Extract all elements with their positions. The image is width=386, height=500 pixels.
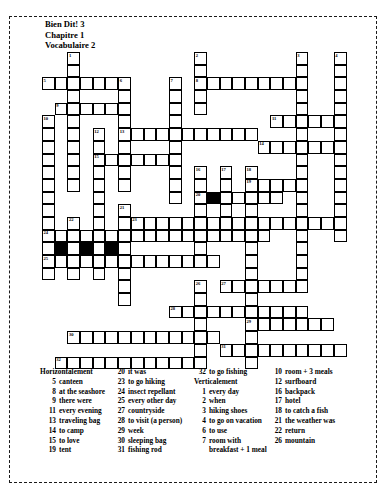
grid-cell[interactable] <box>105 103 118 116</box>
grid-cell[interactable] <box>296 179 309 192</box>
grid-cell[interactable] <box>296 115 309 128</box>
grid-cell[interactable] <box>334 90 347 103</box>
empty-cell <box>169 293 182 306</box>
grid-cell[interactable] <box>296 217 309 230</box>
grid-cell[interactable]: 13 <box>118 128 131 141</box>
grid-cell[interactable] <box>156 255 169 268</box>
grid-cell[interactable] <box>194 293 207 306</box>
clue-text: traveling bag <box>59 416 100 426</box>
grid-cell[interactable] <box>258 318 271 331</box>
grid-cell[interactable] <box>194 318 207 331</box>
grid-cell[interactable] <box>42 268 55 281</box>
grid-cell[interactable] <box>258 306 271 319</box>
clue-item: 11every evening <box>40 406 105 416</box>
grid-cell[interactable] <box>55 255 68 268</box>
grid-cell[interactable] <box>144 128 157 141</box>
clue-text: sleeping bag <box>128 436 166 446</box>
grid-cell[interactable] <box>220 306 233 319</box>
empty-cell <box>283 65 296 78</box>
grid-cell[interactable] <box>194 128 207 141</box>
grid-cell[interactable] <box>258 230 271 243</box>
grid-cell[interactable] <box>245 331 258 344</box>
grid-cell[interactable] <box>169 154 182 167</box>
empty-cell <box>258 255 271 268</box>
grid-cell[interactable] <box>334 230 347 243</box>
grid-cell[interactable] <box>270 192 283 205</box>
empty-cell <box>55 204 68 217</box>
grid-cell[interactable] <box>182 306 195 319</box>
grid-cell[interactable] <box>334 154 347 167</box>
grid-cell[interactable] <box>220 230 233 243</box>
grid-cell[interactable] <box>131 255 144 268</box>
grid-cell[interactable] <box>296 280 309 293</box>
grid-cell[interactable] <box>67 154 80 167</box>
grid-cell[interactable] <box>194 103 207 116</box>
grid-cell[interactable] <box>105 255 118 268</box>
grid-cell[interactable] <box>207 217 220 230</box>
grid-cell[interactable] <box>270 280 283 293</box>
grid-cell[interactable] <box>118 141 131 154</box>
grid-cell[interactable] <box>258 344 271 357</box>
grid-cell[interactable] <box>220 217 233 230</box>
grid-cell[interactable] <box>245 280 258 293</box>
grid-cell[interactable]: 19 <box>245 179 258 192</box>
grid-cell[interactable] <box>194 217 207 230</box>
grid-cell[interactable]: 10 <box>42 115 55 128</box>
grid-cell[interactable] <box>105 154 118 167</box>
grid-cell[interactable] <box>156 230 169 243</box>
grid-cell[interactable] <box>283 77 296 90</box>
empty-cell <box>220 331 233 344</box>
grid-cell[interactable] <box>131 154 144 167</box>
grid-cell[interactable] <box>334 192 347 205</box>
grid-cell[interactable]: 28 <box>169 306 182 319</box>
grid-cell[interactable] <box>245 255 258 268</box>
grid-cell[interactable] <box>321 115 334 128</box>
grid-cell[interactable]: 27 <box>220 280 233 293</box>
grid-cell[interactable]: 26 <box>194 280 207 293</box>
grid-cell[interactable] <box>334 166 347 179</box>
grid-cell[interactable] <box>308 318 321 331</box>
grid-cell[interactable]: 17 <box>220 166 233 179</box>
grid-cell[interactable] <box>296 242 309 255</box>
grid-cell[interactable] <box>258 192 271 205</box>
grid-cell[interactable] <box>118 331 131 344</box>
grid-cell[interactable] <box>334 128 347 141</box>
empty-cell <box>182 318 195 331</box>
grid-cell[interactable] <box>182 331 195 344</box>
grid-cell[interactable] <box>283 318 296 331</box>
grid-cell[interactable] <box>118 217 131 230</box>
grid-cell[interactable] <box>42 166 55 179</box>
grid-cell[interactable] <box>296 77 309 90</box>
grid-cell[interactable] <box>80 331 93 344</box>
grid-cell[interactable] <box>270 77 283 90</box>
grid-cell[interactable]: 2 <box>194 52 207 65</box>
grid-cell[interactable] <box>296 154 309 167</box>
grid-cell[interactable] <box>296 90 309 103</box>
cell-number: 7 <box>170 78 172 83</box>
grid-cell[interactable] <box>118 268 131 281</box>
grid-cell[interactable] <box>334 141 347 154</box>
grid-cell[interactable] <box>169 141 182 154</box>
grid-cell[interactable] <box>334 103 347 116</box>
grid-cell[interactable] <box>194 179 207 192</box>
grid-cell[interactable] <box>194 65 207 78</box>
grid-cell[interactable] <box>321 141 334 154</box>
grid-cell[interactable]: 1 <box>67 52 80 65</box>
grid-cell[interactable] <box>220 179 233 192</box>
grid-cell[interactable] <box>232 280 245 293</box>
grid-cell[interactable] <box>245 204 258 217</box>
grid-cell[interactable]: 20 <box>194 192 207 205</box>
cell-number: 28 <box>170 306 175 311</box>
empty-cell <box>232 204 245 217</box>
grid-cell[interactable] <box>93 141 106 154</box>
grid-cell[interactable] <box>296 166 309 179</box>
grid-cell[interactable] <box>67 77 80 90</box>
grid-cell[interactable] <box>93 217 106 230</box>
grid-cell[interactable] <box>182 357 195 370</box>
clue-item: 18to catch a fish <box>266 406 335 416</box>
grid-cell[interactable] <box>232 192 245 205</box>
grid-cell[interactable] <box>207 306 220 319</box>
grid-cell[interactable] <box>67 90 80 103</box>
grid-cell[interactable] <box>308 217 321 230</box>
grid-cell[interactable]: 29 <box>245 318 258 331</box>
grid-cell[interactable] <box>220 192 233 205</box>
grid-cell[interactable]: 4 <box>334 52 347 65</box>
clue-number: 19 <box>40 445 56 455</box>
empty-cell <box>220 255 233 268</box>
grid-cell[interactable] <box>245 306 258 319</box>
grid-cell[interactable]: 5 <box>42 77 55 90</box>
grid-cell[interactable] <box>67 230 80 243</box>
grid-cell[interactable] <box>207 128 220 141</box>
grid-cell[interactable] <box>156 331 169 344</box>
grid-cell[interactable] <box>296 65 309 78</box>
grid-cell[interactable] <box>80 255 93 268</box>
grid-cell[interactable] <box>67 166 80 179</box>
cell-number: 22 <box>69 217 74 222</box>
grid-cell[interactable] <box>283 280 296 293</box>
grid-cell[interactable] <box>334 179 347 192</box>
grid-cell[interactable] <box>194 242 207 255</box>
empty-cell <box>42 331 55 344</box>
grid-cell[interactable] <box>169 128 182 141</box>
grid-cell[interactable] <box>118 280 131 293</box>
empty-cell <box>182 141 195 154</box>
grid-cell[interactable] <box>245 217 258 230</box>
grid-cell[interactable] <box>156 154 169 167</box>
grid-cell[interactable] <box>42 179 55 192</box>
grid-cell[interactable] <box>144 230 157 243</box>
grid-cell[interactable] <box>245 242 258 255</box>
grid-cell[interactable] <box>118 166 131 179</box>
grid-cell[interactable]: 8 <box>194 77 207 90</box>
grid-cell[interactable] <box>232 77 245 90</box>
grid-cell[interactable] <box>194 255 207 268</box>
grid-cell[interactable]: 9 <box>55 103 68 116</box>
grid-cell[interactable] <box>144 331 157 344</box>
grid-cell[interactable] <box>182 255 195 268</box>
grid-cell[interactable] <box>169 115 182 128</box>
grid-cell[interactable] <box>245 230 258 243</box>
grid-cell[interactable] <box>245 77 258 90</box>
grid-cell[interactable] <box>245 344 258 357</box>
grid-cell[interactable] <box>258 280 271 293</box>
grid-cell[interactable] <box>270 141 283 154</box>
grid-cell[interactable] <box>334 204 347 217</box>
grid-cell[interactable] <box>258 217 271 230</box>
grid-cell[interactable]: 21 <box>118 204 131 217</box>
grid-cell[interactable] <box>321 318 334 331</box>
grid-cell[interactable] <box>245 293 258 306</box>
grid-cell[interactable] <box>207 255 220 268</box>
grid-cell[interactable] <box>42 217 55 230</box>
grid-cell[interactable] <box>194 306 207 319</box>
grid-cell[interactable] <box>283 179 296 192</box>
grid-cell[interactable] <box>194 90 207 103</box>
grid-cell[interactable] <box>55 230 68 243</box>
grid-cell[interactable] <box>156 217 169 230</box>
grid-cell[interactable] <box>321 217 334 230</box>
grid-cell[interactable] <box>245 268 258 281</box>
grid-cell[interactable] <box>169 255 182 268</box>
grid-cell[interactable] <box>144 217 157 230</box>
clue-text: to use <box>209 426 227 436</box>
grid-cell[interactable] <box>93 77 106 90</box>
grid-cell[interactable] <box>232 128 245 141</box>
grid-cell[interactable] <box>321 344 334 357</box>
grid-cell[interactable] <box>42 154 55 167</box>
cell-number: 5 <box>44 78 46 83</box>
grid-cell[interactable]: 16 <box>194 166 207 179</box>
grid-cell[interactable] <box>169 90 182 103</box>
grid-cell[interactable] <box>67 268 80 281</box>
grid-cell[interactable]: 24 <box>42 230 55 243</box>
clue-number: 12 <box>266 377 282 387</box>
grid-cell[interactable]: 31 <box>220 344 233 357</box>
grid-cell[interactable] <box>270 306 283 319</box>
grid-cell[interactable] <box>169 230 182 243</box>
grid-cell[interactable] <box>296 103 309 116</box>
grid-cell[interactable] <box>245 192 258 205</box>
grid-cell[interactable] <box>67 103 80 116</box>
grid-cell[interactable] <box>296 268 309 281</box>
grid-cell[interactable] <box>42 242 55 255</box>
grid-cell[interactable] <box>118 242 131 255</box>
empty-cell <box>118 65 131 78</box>
grid-cell[interactable] <box>169 179 182 192</box>
empty-cell <box>42 90 55 103</box>
grid-cell[interactable] <box>220 204 233 217</box>
grid-cell[interactable] <box>258 179 271 192</box>
grid-cell[interactable] <box>93 268 106 281</box>
empty-cell <box>347 306 360 319</box>
grid-cell[interactable] <box>169 166 182 179</box>
grid-cell[interactable] <box>232 306 245 319</box>
grid-cell[interactable] <box>131 128 144 141</box>
grid-cell[interactable] <box>270 179 283 192</box>
grid-cell[interactable] <box>131 230 144 243</box>
grid-cell[interactable] <box>334 77 347 90</box>
grid-cell[interactable] <box>93 331 106 344</box>
grid-cell[interactable] <box>93 230 106 243</box>
grid-cell[interactable] <box>232 230 245 243</box>
grid-cell[interactable] <box>118 115 131 128</box>
grid-cell[interactable] <box>220 128 233 141</box>
grid-cell[interactable] <box>207 77 220 90</box>
grid-cell[interactable] <box>334 217 347 230</box>
clue-number: 16 <box>266 387 282 397</box>
grid-cell[interactable] <box>182 128 195 141</box>
grid-cell[interactable] <box>296 318 309 331</box>
grid-cell[interactable] <box>194 230 207 243</box>
empty-cell <box>131 280 144 293</box>
grid-cell[interactable] <box>182 230 195 243</box>
grid-cell[interactable] <box>283 115 296 128</box>
grid-cell[interactable]: 6 <box>118 77 131 90</box>
grid-cell[interactable] <box>118 179 131 192</box>
grid-cell[interactable] <box>270 217 283 230</box>
grid-cell[interactable] <box>118 154 131 167</box>
grid-cell[interactable] <box>67 65 80 78</box>
grid-cell[interactable] <box>194 204 207 217</box>
empty-cell <box>131 242 144 255</box>
grid-cell[interactable] <box>283 217 296 230</box>
grid-cell[interactable] <box>42 128 55 141</box>
grid-cell[interactable] <box>258 77 271 90</box>
cell-number: 16 <box>196 167 201 172</box>
clue-number: 10 <box>266 367 282 377</box>
grid-cell[interactable] <box>169 192 182 205</box>
grid-cell[interactable] <box>144 255 157 268</box>
grid-cell[interactable] <box>67 141 80 154</box>
grid-cell[interactable] <box>308 115 321 128</box>
empty-cell <box>232 52 245 65</box>
grid-cell[interactable]: 18 <box>245 166 258 179</box>
grid-cell[interactable] <box>131 331 144 344</box>
grid-cell[interactable]: 3 <box>296 52 309 65</box>
empty-cell <box>80 179 93 192</box>
grid-cell[interactable] <box>93 192 106 205</box>
grid-cell[interactable] <box>42 204 55 217</box>
grid-cell[interactable] <box>334 115 347 128</box>
down-clues-column-1: 32to go fishing Verticalement 1every day… <box>194 367 274 455</box>
grid-cell[interactable] <box>296 230 309 243</box>
grid-cell[interactable] <box>80 77 93 90</box>
grid-cell[interactable] <box>296 344 309 357</box>
grid-cell[interactable] <box>118 230 131 243</box>
grid-cell[interactable] <box>296 204 309 217</box>
grid-cell[interactable] <box>93 166 106 179</box>
grid-cell[interactable]: 22 <box>67 217 80 230</box>
grid-cell[interactable] <box>296 141 309 154</box>
grid-cell[interactable] <box>334 344 347 357</box>
grid-cell[interactable] <box>105 230 118 243</box>
grid-cell[interactable] <box>93 242 106 255</box>
grid-cell[interactable] <box>169 217 182 230</box>
grid-cell[interactable] <box>42 141 55 154</box>
grid-cell[interactable]: 30 <box>67 331 80 344</box>
grid-cell[interactable] <box>42 192 55 205</box>
grid-cell[interactable] <box>67 255 80 268</box>
grid-cell[interactable] <box>270 318 283 331</box>
empty-cell <box>245 90 258 103</box>
grid-cell[interactable] <box>194 344 207 357</box>
clue-number: 25 <box>114 396 125 406</box>
grid-cell[interactable] <box>334 65 347 78</box>
empty-cell <box>55 344 68 357</box>
empty-cell <box>270 242 283 255</box>
grid-cell[interactable] <box>296 255 309 268</box>
grid-cell[interactable] <box>283 141 296 154</box>
grid-cell[interactable] <box>232 217 245 230</box>
grid-cell[interactable] <box>67 179 80 192</box>
grid-cell[interactable]: 7 <box>169 77 182 90</box>
grid-cell[interactable] <box>118 293 131 306</box>
grid-cell[interactable]: 23 <box>131 217 144 230</box>
grid-cell[interactable] <box>283 306 296 319</box>
grid-cell[interactable]: 15 <box>93 154 106 167</box>
grid-cell[interactable] <box>296 128 309 141</box>
grid-cell[interactable]: 25 <box>42 255 55 268</box>
grid-cell[interactable] <box>105 77 118 90</box>
grid-cell[interactable] <box>67 128 80 141</box>
grid-cell[interactable] <box>93 204 106 217</box>
grid-cell[interactable] <box>80 230 93 243</box>
grid-cell[interactable] <box>93 103 106 116</box>
grid-cell[interactable] <box>67 115 80 128</box>
empty-cell <box>194 115 207 128</box>
empty-cell <box>270 103 283 116</box>
grid-cell[interactable] <box>144 154 157 167</box>
grid-cell[interactable] <box>169 331 182 344</box>
grid-cell[interactable] <box>118 103 131 116</box>
grid-cell[interactable] <box>67 242 80 255</box>
grid-cell[interactable] <box>245 128 258 141</box>
grid-cell[interactable] <box>118 90 131 103</box>
grid-cell[interactable] <box>207 331 220 344</box>
grid-cell[interactable]: 14 <box>258 141 271 154</box>
grid-cell[interactable] <box>105 331 118 344</box>
grid-cell[interactable] <box>93 255 106 268</box>
grid-cell[interactable] <box>308 141 321 154</box>
clue-item: 23to go hiking <box>114 377 182 387</box>
grid-cell[interactable] <box>55 77 68 90</box>
grid-cell[interactable] <box>194 331 207 344</box>
grid-cell[interactable] <box>270 344 283 357</box>
empty-cell <box>169 65 182 78</box>
grid-cell[interactable] <box>80 103 93 116</box>
grid-cell[interactable] <box>220 77 233 90</box>
grid-cell[interactable] <box>296 192 309 205</box>
grid-cell[interactable] <box>296 306 309 319</box>
grid-cell[interactable] <box>232 344 245 357</box>
grid-cell[interactable] <box>93 179 106 192</box>
grid-cell[interactable]: 11 <box>270 115 283 128</box>
grid-cell[interactable]: 12 <box>93 128 106 141</box>
grid-cell[interactable] <box>207 230 220 243</box>
grid-cell[interactable] <box>156 128 169 141</box>
grid-cell[interactable] <box>182 217 195 230</box>
grid-cell[interactable] <box>308 344 321 357</box>
grid-cell[interactable] <box>118 255 131 268</box>
grid-cell[interactable] <box>169 103 182 116</box>
empty-cell <box>308 204 321 217</box>
grid-cell[interactable] <box>283 344 296 357</box>
